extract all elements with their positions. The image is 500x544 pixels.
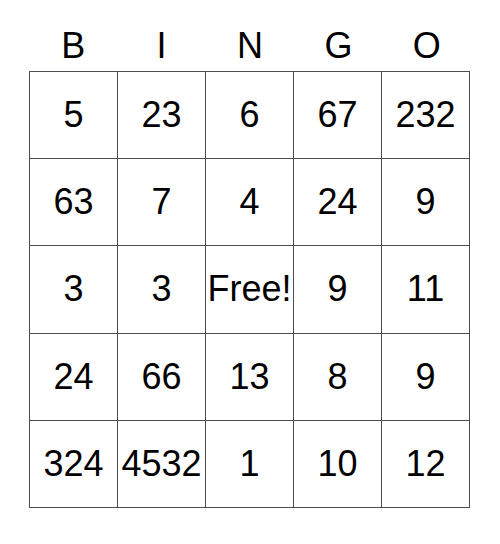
cell-r5-c3[interactable]: 1 bbox=[206, 421, 294, 508]
cell-r1-c5[interactable]: 232 bbox=[382, 72, 470, 159]
cell-r2-c5[interactable]: 9 bbox=[382, 159, 470, 246]
cell-r1-c1[interactable]: 5 bbox=[30, 72, 118, 159]
cell-r2-c1[interactable]: 63 bbox=[30, 159, 118, 246]
header-letter-o: O bbox=[413, 28, 441, 71]
cell-r1-c4[interactable]: 67 bbox=[294, 72, 382, 159]
cell-r4-c2[interactable]: 66 bbox=[118, 334, 206, 421]
cell-r5-c1[interactable]: 324 bbox=[30, 421, 118, 508]
cell-r2-c4[interactable]: 24 bbox=[294, 159, 382, 246]
cell-r3-c2[interactable]: 3 bbox=[118, 246, 206, 333]
cell-r4-c1[interactable]: 24 bbox=[30, 334, 118, 421]
cell-r2-c2[interactable]: 7 bbox=[118, 159, 206, 246]
bingo-grid: 5 23 6 67 232 63 7 4 24 9 3 3 Free! 9 11… bbox=[29, 71, 470, 508]
cell-r5-c2[interactable]: 4532 bbox=[118, 421, 206, 508]
header-letter-g: G bbox=[324, 28, 352, 71]
cell-r2-c3[interactable]: 4 bbox=[206, 159, 294, 246]
header-letter-i: I bbox=[157, 28, 167, 71]
free-cell[interactable]: Free! bbox=[206, 246, 294, 333]
cell-r1-c3[interactable]: 6 bbox=[206, 72, 294, 159]
bingo-card: B I N G O 5 23 6 67 232 63 7 4 24 9 3 3 … bbox=[29, 0, 471, 508]
bingo-header: B I N G O bbox=[29, 0, 471, 71]
cell-r4-c4[interactable]: 8 bbox=[294, 334, 382, 421]
cell-r3-c5[interactable]: 11 bbox=[382, 246, 470, 333]
header-letter-b: B bbox=[61, 28, 85, 71]
cell-r5-c4[interactable]: 10 bbox=[294, 421, 382, 508]
cell-r5-c5[interactable]: 12 bbox=[382, 421, 470, 508]
cell-r4-c3[interactable]: 13 bbox=[206, 334, 294, 421]
header-letter-n: N bbox=[237, 28, 263, 71]
cell-r4-c5[interactable]: 9 bbox=[382, 334, 470, 421]
cell-r1-c2[interactable]: 23 bbox=[118, 72, 206, 159]
cell-r3-c4[interactable]: 9 bbox=[294, 246, 382, 333]
cell-r3-c1[interactable]: 3 bbox=[30, 246, 118, 333]
